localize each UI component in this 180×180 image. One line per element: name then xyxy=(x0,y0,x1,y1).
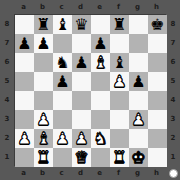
square-h8[interactable]: ♚ xyxy=(148,15,167,34)
square-c8[interactable]: ♝ xyxy=(53,15,72,34)
piece-black-king-h8[interactable]: ♚ xyxy=(148,15,167,34)
square-d8[interactable]: ♛ xyxy=(72,15,91,34)
rank-labels-right: 87654321 xyxy=(166,14,180,166)
file-label-g: g xyxy=(128,0,147,14)
piece-black-pawn-a7[interactable]: ♟ xyxy=(15,34,34,53)
square-a6[interactable] xyxy=(15,53,34,72)
file-label-b: b xyxy=(33,166,52,180)
square-g6[interactable] xyxy=(129,53,148,72)
rank-label-3: 3 xyxy=(0,109,14,128)
square-g3[interactable]: ♟ xyxy=(129,110,148,129)
square-h4[interactable] xyxy=(148,91,167,110)
piece-black-pawn-d6[interactable]: ♟ xyxy=(72,53,91,72)
rank-label-8: 8 xyxy=(0,14,14,33)
square-b3[interactable]: ♟ xyxy=(34,110,53,129)
piece-white-pawn-b3[interactable]: ♟ xyxy=(34,110,53,129)
file-label-b: b xyxy=(33,0,52,14)
rank-label-6: 6 xyxy=(166,52,180,71)
rank-label-4: 4 xyxy=(166,90,180,109)
rank-label-4: 4 xyxy=(0,90,14,109)
square-e4[interactable] xyxy=(91,91,110,110)
square-h5[interactable] xyxy=(148,72,167,91)
square-h1[interactable] xyxy=(148,148,167,167)
square-d7[interactable] xyxy=(72,34,91,53)
rank-label-5: 5 xyxy=(166,71,180,90)
square-b5[interactable] xyxy=(34,72,53,91)
piece-white-pawn-g3[interactable]: ♟ xyxy=(129,110,148,129)
square-g5[interactable]: ♟ xyxy=(129,72,148,91)
square-e5[interactable] xyxy=(91,72,110,91)
file-label-g: g xyxy=(128,166,147,180)
square-e1[interactable] xyxy=(91,148,110,167)
rank-label-7: 7 xyxy=(0,33,14,52)
square-g8[interactable] xyxy=(129,15,148,34)
file-label-e: e xyxy=(90,0,109,14)
chess-diagram: abcdefgh abcdefgh 87654321 87654321 ♜♝♛♜… xyxy=(0,0,180,180)
file-label-c: c xyxy=(52,166,71,180)
square-c4[interactable] xyxy=(53,91,72,110)
piece-black-queen-d8[interactable]: ♛ xyxy=(72,15,91,34)
square-a4[interactable] xyxy=(15,91,34,110)
square-c1[interactable] xyxy=(53,148,72,167)
rank-labels-left: 87654321 xyxy=(0,14,14,166)
square-c7[interactable] xyxy=(53,34,72,53)
rank-label-3: 3 xyxy=(166,109,180,128)
square-f6[interactable]: ♝ xyxy=(110,53,129,72)
square-a1[interactable] xyxy=(15,148,34,167)
file-label-d: d xyxy=(71,0,90,14)
square-a7[interactable]: ♟ xyxy=(15,34,34,53)
piece-black-bishop-c8[interactable]: ♝ xyxy=(53,15,72,34)
square-h2[interactable] xyxy=(148,129,167,148)
piece-white-pawn-c2[interactable]: ♟ xyxy=(53,129,72,148)
piece-black-pawn-c5[interactable]: ♟ xyxy=(53,72,72,91)
file-label-c: c xyxy=(52,0,71,14)
square-h3[interactable] xyxy=(148,110,167,129)
square-c6[interactable]: ♞ xyxy=(53,53,72,72)
file-label-f: f xyxy=(109,166,128,180)
square-f8[interactable]: ♜ xyxy=(110,15,129,34)
square-b1[interactable]: ♜ xyxy=(34,148,53,167)
file-label-d: d xyxy=(71,166,90,180)
square-h7[interactable] xyxy=(148,34,167,53)
rank-label-1: 1 xyxy=(166,147,180,166)
square-d6[interactable]: ♟ xyxy=(72,53,91,72)
square-h6[interactable] xyxy=(148,53,167,72)
square-f1[interactable]: ♜ xyxy=(110,148,129,167)
file-label-a: a xyxy=(14,166,33,180)
square-g1[interactable]: ♚ xyxy=(129,148,148,167)
file-label-h: h xyxy=(147,166,166,180)
square-b8[interactable]: ♜ xyxy=(34,15,53,34)
square-f4[interactable] xyxy=(110,91,129,110)
file-label-a: a xyxy=(14,0,33,14)
square-f3[interactable] xyxy=(110,110,129,129)
piece-white-queen-d1[interactable]: ♛ xyxy=(72,148,91,167)
rank-label-2: 2 xyxy=(166,128,180,147)
square-c2[interactable]: ♟ xyxy=(53,129,72,148)
piece-black-pawn-b7[interactable]: ♟ xyxy=(34,34,53,53)
file-label-f: f xyxy=(109,0,128,14)
piece-black-pawn-e7[interactable]: ♟ xyxy=(91,34,110,53)
square-a2[interactable]: ♟ xyxy=(15,129,34,148)
file-labels-top: abcdefgh xyxy=(14,0,166,14)
square-e6[interactable]: ♝ xyxy=(91,53,110,72)
piece-black-pawn-g5[interactable]: ♟ xyxy=(129,72,148,91)
square-d1[interactable]: ♛ xyxy=(72,148,91,167)
piece-white-pawn-a2[interactable]: ♟ xyxy=(15,129,34,148)
square-e3[interactable] xyxy=(91,110,110,129)
rank-label-5: 5 xyxy=(0,71,14,90)
rank-label-8: 8 xyxy=(166,14,180,33)
file-label-e: e xyxy=(90,166,109,180)
piece-black-rook-f8[interactable]: ♜ xyxy=(110,15,129,34)
piece-white-rook-b1[interactable]: ♜ xyxy=(34,148,53,167)
square-b7[interactable]: ♟ xyxy=(34,34,53,53)
square-e8[interactable] xyxy=(91,15,110,34)
piece-black-bishop-f6[interactable]: ♝ xyxy=(110,53,129,72)
piece-white-bishop-b2[interactable]: ♝ xyxy=(34,129,53,148)
rank-label-2: 2 xyxy=(0,128,14,147)
square-e7[interactable]: ♟ xyxy=(91,34,110,53)
square-a3[interactable] xyxy=(15,110,34,129)
piece-white-knight-e2[interactable]: ♞ xyxy=(91,129,110,148)
square-b6[interactable] xyxy=(34,53,53,72)
rank-label-7: 7 xyxy=(166,33,180,52)
square-d3[interactable] xyxy=(72,110,91,129)
square-c5[interactable]: ♟ xyxy=(53,72,72,91)
rank-label-1: 1 xyxy=(0,147,14,166)
square-b2[interactable]: ♝ xyxy=(34,129,53,148)
square-g2[interactable] xyxy=(129,129,148,148)
piece-white-rook-f1[interactable]: ♜ xyxy=(110,148,129,167)
piece-white-bishop-e6[interactable]: ♝ xyxy=(91,53,110,72)
square-d4[interactable] xyxy=(72,91,91,110)
piece-white-pawn-f5[interactable]: ♟ xyxy=(110,72,129,91)
file-labels-bottom: abcdefgh xyxy=(14,166,166,180)
square-a5[interactable] xyxy=(15,72,34,91)
piece-black-rook-b8[interactable]: ♜ xyxy=(34,15,53,34)
square-f2[interactable] xyxy=(110,129,129,148)
file-label-h: h xyxy=(147,0,166,14)
piece-white-king-g1[interactable]: ♚ xyxy=(129,148,148,167)
square-d2[interactable]: ♟ xyxy=(72,129,91,148)
square-f5[interactable]: ♟ xyxy=(110,72,129,91)
rank-label-6: 6 xyxy=(0,52,14,71)
square-f7[interactable] xyxy=(110,34,129,53)
square-a8[interactable] xyxy=(15,15,34,34)
square-d5[interactable] xyxy=(72,72,91,91)
square-c3[interactable] xyxy=(53,110,72,129)
square-e2[interactable]: ♞ xyxy=(91,129,110,148)
chess-board[interactable]: ♜♝♛♜♚♟♟♟♞♟♝♝♟♟♟♟♟♟♝♟♟♞♜♛♜♚ xyxy=(14,14,166,166)
white-to-move-indicator xyxy=(169,169,178,178)
square-g4[interactable] xyxy=(129,91,148,110)
square-g7[interactable] xyxy=(129,34,148,53)
piece-white-pawn-d2[interactable]: ♟ xyxy=(72,129,91,148)
square-b4[interactable] xyxy=(34,91,53,110)
piece-black-knight-c6[interactable]: ♞ xyxy=(53,53,72,72)
